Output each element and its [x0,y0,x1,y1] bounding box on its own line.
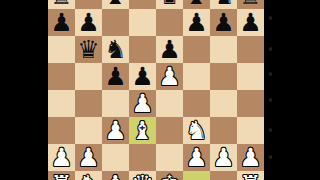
square-e8[interactable]: ♚ [156,0,183,9]
black-pawn-d5[interactable]: ♟ [129,63,156,90]
square-h4[interactable] [237,90,264,117]
square-d5[interactable]: ♟ [129,63,156,90]
square-h1[interactable]: ♜ [237,171,264,180]
square-a5[interactable] [48,63,75,90]
square-f7[interactable]: ♟ [183,9,210,36]
square-c8[interactable]: ♝ [102,0,129,9]
square-a3[interactable] [48,117,75,144]
black-pawn-e6[interactable]: ♟ [156,36,183,63]
square-b4[interactable] [75,90,102,117]
board: ♜♝♚♝♞♜♟♟♟♟♟♛♞♟♟♟♟♟♟♝♞♟♟♟♟♟♜♞♝♛♚♜ [48,0,264,180]
square-a4[interactable] [48,90,75,117]
square-a7[interactable]: ♟ [48,9,75,36]
square-d6[interactable] [129,36,156,63]
black-pawn-a7[interactable]: ♟ [48,9,75,36]
square-h7[interactable]: ♟ [237,9,264,36]
square-g1[interactable] [210,171,237,180]
black-pawn-f7[interactable]: ♟ [183,9,210,36]
right-edge-rank-mark-3 [269,98,272,102]
black-bishop-c8[interactable]: ♝ [102,0,129,9]
square-f4[interactable] [183,90,210,117]
square-g3[interactable] [210,117,237,144]
square-c3[interactable]: ♟ [102,117,129,144]
white-pawn-e5[interactable]: ♟ [156,63,183,90]
square-g6[interactable] [210,36,237,63]
square-d2[interactable] [129,144,156,171]
square-c5[interactable]: ♟ [102,63,129,90]
right-edge-rank-mark-5 [269,155,272,159]
right-edge-rank-mark-0 [269,16,272,20]
black-king-e8[interactable]: ♚ [156,0,183,9]
white-knight-b1[interactable]: ♞ [75,171,102,180]
black-queen-b6[interactable]: ♛ [75,36,102,63]
white-knight-f3[interactable]: ♞ [183,117,210,144]
white-pawn-g2[interactable]: ♟ [210,144,237,171]
square-g7[interactable]: ♟ [210,9,237,36]
white-bishop-d3[interactable]: ♝ [129,117,156,144]
square-d3-highlighted[interactable]: ♝ [129,117,156,144]
square-d1[interactable]: ♛ [129,171,156,180]
square-e2[interactable] [156,144,183,171]
square-d7[interactable] [129,9,156,36]
right-edge-rank-mark-1 [269,47,272,51]
white-pawn-b2[interactable]: ♟ [75,144,102,171]
left-letterbox [0,0,48,180]
square-f5[interactable] [183,63,210,90]
square-c7[interactable] [102,9,129,36]
white-queen-d1[interactable]: ♛ [129,171,156,180]
square-e5[interactable]: ♟ [156,63,183,90]
square-f6[interactable] [183,36,210,63]
white-pawn-h2[interactable]: ♟ [237,144,264,171]
black-pawn-g7[interactable]: ♟ [210,9,237,36]
right-letterbox [264,0,320,180]
square-e7[interactable] [156,9,183,36]
square-e4[interactable] [156,90,183,117]
black-knight-c6[interactable]: ♞ [102,36,129,63]
square-c6[interactable]: ♞ [102,36,129,63]
square-b2[interactable]: ♟ [75,144,102,171]
square-h6[interactable] [237,36,264,63]
square-e3[interactable] [156,117,183,144]
square-g5[interactable] [210,63,237,90]
white-bishop-c1[interactable]: ♝ [102,171,129,180]
white-king-e1[interactable]: ♚ [156,171,183,180]
white-pawn-f2[interactable]: ♟ [183,144,210,171]
white-pawn-c3[interactable]: ♟ [102,117,129,144]
square-f3[interactable]: ♞ [183,117,210,144]
square-d4[interactable]: ♟ [129,90,156,117]
square-a6[interactable] [48,36,75,63]
square-d8[interactable] [129,0,156,9]
white-pawn-a2[interactable]: ♟ [48,144,75,171]
square-c2[interactable] [102,144,129,171]
white-rook-a1[interactable]: ♜ [48,171,75,180]
right-edge-rank-mark-4 [269,128,272,132]
square-g4[interactable] [210,90,237,117]
square-a1[interactable]: ♜ [48,171,75,180]
square-c4[interactable] [102,90,129,117]
chess-app-screenshot: ♜♝♚♝♞♜♟♟♟♟♟♛♞♟♟♟♟♟♟♝♞♟♟♟♟♟♜♞♝♛♚♜ [0,0,320,180]
black-pawn-b7[interactable]: ♟ [75,9,102,36]
white-pawn-d4[interactable]: ♟ [129,90,156,117]
square-f2[interactable]: ♟ [183,144,210,171]
white-rook-h1[interactable]: ♜ [237,171,264,180]
square-b7[interactable]: ♟ [75,9,102,36]
right-edge-rank-mark-2 [269,72,272,76]
square-b6[interactable]: ♛ [75,36,102,63]
square-a2[interactable]: ♟ [48,144,75,171]
square-b5[interactable] [75,63,102,90]
black-pawn-c5[interactable]: ♟ [102,63,129,90]
black-pawn-h7[interactable]: ♟ [237,9,264,36]
square-c1[interactable]: ♝ [102,171,129,180]
square-b3[interactable] [75,117,102,144]
square-h5[interactable] [237,63,264,90]
square-f1-highlighted[interactable] [183,171,210,180]
square-e1[interactable]: ♚ [156,171,183,180]
square-h3[interactable] [237,117,264,144]
square-b1[interactable]: ♞ [75,171,102,180]
square-g2[interactable]: ♟ [210,144,237,171]
square-h2[interactable]: ♟ [237,144,264,171]
square-e6[interactable]: ♟ [156,36,183,63]
